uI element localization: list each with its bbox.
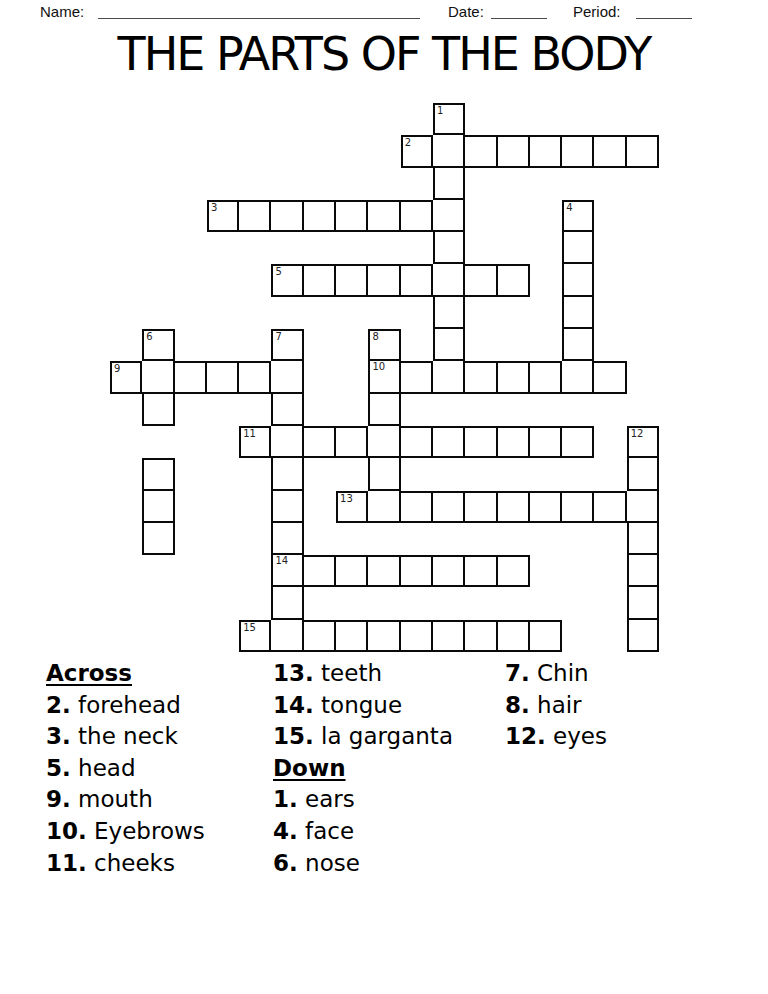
crossword-grid: 123456789101112131415 [110,103,659,652]
clue-item-text: face [298,818,354,844]
clue-item-text: mouth [71,786,153,812]
grid-cell[interactable]: 11 [239,426,271,458]
blocked-cell [239,168,271,200]
grid-cell[interactable] [368,264,400,296]
grid-cell[interactable] [465,491,497,523]
blocked-cell [336,394,368,426]
grid-cell[interactable] [304,620,336,652]
blocked-cell [110,555,142,587]
grid-cell[interactable] [530,620,562,652]
grid-cell[interactable] [401,200,433,232]
blocked-cell [562,587,594,619]
blocked-cell [175,587,207,619]
clue-number: 2 [405,138,411,148]
grid-cell[interactable] [271,523,303,555]
blocked-cell [336,587,368,619]
grid-cell[interactable] [433,232,465,264]
grid-cell[interactable] [271,394,303,426]
clue-number: 15 [243,623,256,633]
blocked-cell [401,329,433,361]
blocked-cell [175,297,207,329]
clue-item-number: 4. [273,818,298,844]
grid-cell[interactable] [498,426,530,458]
grid-cell[interactable] [368,394,400,426]
blocked-cell [433,458,465,490]
blocked-cell [239,264,271,296]
grid-cell[interactable] [530,426,562,458]
across-heading: Across [46,658,205,690]
blocked-cell [594,168,626,200]
blocked-cell [562,103,594,135]
blocked-cell [465,523,497,555]
grid-cell[interactable] [465,135,497,167]
blocked-cell [336,297,368,329]
grid-cell[interactable] [401,491,433,523]
grid-cell[interactable] [627,587,659,619]
grid-cell[interactable]: 4 [562,200,594,232]
grid-cell[interactable] [530,135,562,167]
grid-cell[interactable] [336,555,368,587]
blocked-cell [401,232,433,264]
grid-cell[interactable] [368,620,400,652]
blocked-cell [368,297,400,329]
blocked-cell [530,297,562,329]
clue-column: 7. Chin8. hair12. eyes [505,658,607,753]
clue-number: 10 [372,362,385,372]
blocked-cell [271,135,303,167]
blocked-cell [594,297,626,329]
blocked-cell [498,329,530,361]
clue-item-text: teeth [314,660,382,686]
grid-cell[interactable] [433,297,465,329]
grid-cell[interactable]: 5 [271,264,303,296]
blocked-cell [207,329,239,361]
clue-item: 15. la garganta [273,721,453,753]
clue-number: 12 [631,429,644,439]
grid-cell[interactable] [562,329,594,361]
blocked-cell [562,168,594,200]
grid-cell[interactable] [271,491,303,523]
clue-item-number: 6. [273,850,298,876]
blocked-cell [433,523,465,555]
grid-cell[interactable] [498,361,530,393]
date-label: Date: [448,3,484,20]
blocked-cell [336,523,368,555]
blocked-cell [465,587,497,619]
blocked-cell [336,329,368,361]
date-blank-line[interactable] [491,2,547,19]
grid-cell[interactable] [207,361,239,393]
clue-item: 13. teeth [273,658,453,690]
grid-cell[interactable] [401,620,433,652]
blocked-cell [336,103,368,135]
blocked-cell [304,297,336,329]
blocked-cell [336,168,368,200]
clue-item-number: 12. [505,723,546,749]
blocked-cell [271,103,303,135]
grid-cell[interactable] [562,426,594,458]
clue-item-number: 11. [46,850,87,876]
clue-item-number: 3. [46,723,71,749]
blocked-cell [175,200,207,232]
grid-cell[interactable] [465,264,497,296]
blocked-cell [594,264,626,296]
clue-number: 4 [566,203,572,213]
clue-item-text: forehead [71,692,181,718]
clue-item-text: the neck [71,723,178,749]
blocked-cell [207,426,239,458]
grid-cell[interactable] [433,620,465,652]
blocked-cell [175,491,207,523]
blocked-cell [175,523,207,555]
grid-cell[interactable] [627,523,659,555]
grid-cell[interactable] [239,200,271,232]
grid-cell[interactable] [142,361,174,393]
grid-cell[interactable] [401,264,433,296]
clue-item-text: cheeks [87,850,175,876]
grid-cell[interactable] [433,200,465,232]
clue-item-number: 14. [273,692,314,718]
grid-cell[interactable] [368,555,400,587]
clue-item-number: 13. [273,660,314,686]
blocked-cell [594,394,626,426]
grid-cell[interactable]: 14 [271,555,303,587]
blocked-cell [142,168,174,200]
grid-cell[interactable] [562,264,594,296]
grid-cell[interactable] [368,491,400,523]
clue-number: 1 [437,106,443,116]
blocked-cell [498,297,530,329]
clue-number: 14 [275,556,288,566]
blocked-cell [175,232,207,264]
grid-cell[interactable]: 8 [368,329,400,361]
blocked-cell [627,103,659,135]
blocked-cell [594,555,626,587]
blocked-cell [401,523,433,555]
clue-item-text: tongue [314,692,402,718]
grid-cell[interactable] [498,264,530,296]
blocked-cell [465,329,497,361]
blocked-cell [465,232,497,264]
blocked-cell [207,620,239,652]
blocked-cell [498,394,530,426]
grid-cell[interactable]: 12 [627,426,659,458]
clue-column: 13. teeth14. tongue15. la gargantaDown1.… [273,658,453,879]
blocked-cell [239,587,271,619]
blocked-cell [142,620,174,652]
grid-cell[interactable] [433,264,465,296]
blocked-cell [498,232,530,264]
grid-cell[interactable] [530,361,562,393]
clue-item-text: la garganta [314,723,453,749]
blocked-cell [207,491,239,523]
grid-cell[interactable] [401,555,433,587]
grid-cell[interactable] [433,135,465,167]
blocked-cell [110,394,142,426]
blocked-cell [433,587,465,619]
grid-cell[interactable] [465,426,497,458]
clue-item-number: 10. [46,818,87,844]
clues-section: Across2. forehead3. the neck5. head9. mo… [0,658,768,888]
clue-item: 1. ears [273,784,453,816]
blocked-cell [239,135,271,167]
grid-cell[interactable] [594,135,626,167]
clue-item-text: hair [530,692,582,718]
blocked-cell [304,329,336,361]
clue-number: 5 [275,267,281,277]
clue-number: 3 [211,203,217,213]
grid-cell[interactable] [627,555,659,587]
blocked-cell [562,555,594,587]
grid-cell[interactable]: 9 [110,361,142,393]
clue-column: Across2. forehead3. the neck5. head9. mo… [46,658,205,879]
clue-item: 12. eyes [505,721,607,753]
clue-number: 11 [243,429,256,439]
blocked-cell [433,394,465,426]
grid-cell[interactable] [498,135,530,167]
blocked-cell [142,426,174,458]
grid-cell[interactable] [336,620,368,652]
grid-cell[interactable] [562,135,594,167]
blocked-cell [110,458,142,490]
name-label: Name: [40,3,84,20]
blocked-cell [594,232,626,264]
blocked-cell [175,426,207,458]
blocked-cell [207,555,239,587]
blocked-cell [239,555,271,587]
blocked-cell [142,135,174,167]
grid-cell[interactable] [627,491,659,523]
grid-cell[interactable] [401,426,433,458]
blocked-cell [110,587,142,619]
grid-cell[interactable] [562,361,594,393]
blocked-cell [207,587,239,619]
blocked-cell [530,168,562,200]
blocked-cell [110,168,142,200]
grid-cell[interactable] [498,555,530,587]
grid-cell[interactable] [142,394,174,426]
blocked-cell [239,394,271,426]
blocked-cell [304,458,336,490]
clue-number: 13 [340,494,353,504]
clue-item-text: eyes [546,723,607,749]
clue-item-number: 15. [273,723,314,749]
grid-cell[interactable] [562,491,594,523]
grid-cell[interactable] [465,555,497,587]
blocked-cell [207,523,239,555]
blocked-cell [627,297,659,329]
blocked-cell [465,103,497,135]
blocked-cell [594,620,626,652]
grid-cell[interactable] [433,168,465,200]
blocked-cell [207,135,239,167]
blocked-cell [562,620,594,652]
grid-cell[interactable] [465,620,497,652]
blocked-cell [239,458,271,490]
grid-cell[interactable] [530,491,562,523]
grid-cell[interactable] [433,426,465,458]
grid-cell[interactable] [594,361,626,393]
clue-item: 2. forehead [46,690,205,722]
grid-cell[interactable] [433,491,465,523]
grid-cell[interactable] [304,200,336,232]
grid-cell[interactable] [142,458,174,490]
clue-item-number: 7. [505,660,530,686]
blocked-cell [304,523,336,555]
grid-cell[interactable] [498,620,530,652]
blocked-cell [207,394,239,426]
grid-cell[interactable] [433,329,465,361]
blocked-cell [465,297,497,329]
blocked-cell [594,103,626,135]
grid-cell[interactable]: 10 [368,361,400,393]
clue-number: 8 [372,332,378,342]
clue-item-text: ears [298,786,355,812]
blocked-cell [627,394,659,426]
blocked-cell [401,394,433,426]
grid-cell[interactable]: 1 [433,103,465,135]
clue-item: 7. Chin [505,658,607,690]
blocked-cell [175,394,207,426]
blocked-cell [110,297,142,329]
grid-cell[interactable] [271,620,303,652]
blocked-cell [239,232,271,264]
blocked-cell [175,555,207,587]
blocked-cell [594,587,626,619]
grid-cell[interactable] [271,458,303,490]
blocked-cell [175,168,207,200]
blocked-cell [530,200,562,232]
grid-cell[interactable] [142,491,174,523]
grid-cell[interactable] [627,135,659,167]
blocked-cell [207,232,239,264]
blocked-cell [110,103,142,135]
blocked-cell [594,200,626,232]
blocked-cell [110,264,142,296]
blocked-cell [562,394,594,426]
grid-cell[interactable] [336,264,368,296]
blocked-cell [530,329,562,361]
blocked-cell [401,297,433,329]
clue-item-text: head [71,755,136,781]
period-blank-line[interactable] [636,2,692,19]
page-title: THE PARTS OF THE BODY [0,29,768,80]
grid-cell[interactable] [433,361,465,393]
clue-number: 9 [114,364,120,374]
blocked-cell [110,426,142,458]
grid-cell[interactable] [368,200,400,232]
grid-cell[interactable] [271,587,303,619]
blocked-cell [142,587,174,619]
grid-cell[interactable] [142,523,174,555]
blocked-cell [562,523,594,555]
blocked-cell [207,103,239,135]
blocked-cell [530,103,562,135]
clue-item-number: 8. [505,692,530,718]
grid-cell[interactable] [271,361,303,393]
blocked-cell [304,135,336,167]
blocked-cell [239,103,271,135]
blocked-cell [594,523,626,555]
blocked-cell [530,587,562,619]
blocked-cell [239,523,271,555]
blocked-cell [465,458,497,490]
blocked-cell [304,361,336,393]
blocked-cell [336,135,368,167]
name-blank-line[interactable] [98,2,420,19]
grid-cell[interactable] [433,555,465,587]
grid-cell[interactable] [304,555,336,587]
grid-cell[interactable]: 2 [401,135,433,167]
blocked-cell [175,135,207,167]
blocked-cell [368,135,400,167]
blocked-cell [530,232,562,264]
grid-cell[interactable] [175,361,207,393]
blocked-cell [110,232,142,264]
blocked-cell [498,103,530,135]
blocked-cell [498,587,530,619]
grid-cell[interactable] [239,361,271,393]
grid-cell[interactable]: 6 [142,329,174,361]
grid-cell[interactable] [562,297,594,329]
blocked-cell [175,264,207,296]
grid-cell[interactable] [304,426,336,458]
blocked-cell [110,523,142,555]
blocked-cell [142,555,174,587]
grid-cell[interactable] [465,361,497,393]
blocked-cell [207,458,239,490]
grid-cell[interactable]: 15 [239,620,271,652]
blocked-cell [562,458,594,490]
blocked-cell [175,458,207,490]
grid-cell[interactable] [594,491,626,523]
blocked-cell [594,426,626,458]
grid-cell[interactable] [271,426,303,458]
blocked-cell [239,297,271,329]
grid-cell[interactable] [336,200,368,232]
grid-cell[interactable] [304,264,336,296]
grid-cell[interactable]: 7 [271,329,303,361]
grid-cell[interactable] [271,200,303,232]
blocked-cell [304,168,336,200]
blocked-cell [401,168,433,200]
grid-cell[interactable] [562,232,594,264]
grid-cell[interactable] [368,458,400,490]
blocked-cell [530,555,562,587]
grid-cell[interactable]: 13 [336,491,368,523]
blocked-cell [304,103,336,135]
grid-cell[interactable] [401,361,433,393]
grid-cell[interactable] [627,458,659,490]
blocked-cell [142,232,174,264]
clue-item-number: 5. [46,755,71,781]
blocked-cell [110,329,142,361]
blocked-cell [627,361,659,393]
blocked-cell [304,491,336,523]
clue-item: 4. face [273,816,453,848]
grid-cell[interactable] [336,426,368,458]
grid-cell[interactable] [627,620,659,652]
blocked-cell [271,232,303,264]
blocked-cell [304,587,336,619]
blocked-cell [530,523,562,555]
blocked-cell [110,200,142,232]
grid-cell[interactable] [498,491,530,523]
grid-cell[interactable]: 3 [207,200,239,232]
blocked-cell [465,168,497,200]
grid-cell[interactable] [368,426,400,458]
blocked-cell [142,264,174,296]
